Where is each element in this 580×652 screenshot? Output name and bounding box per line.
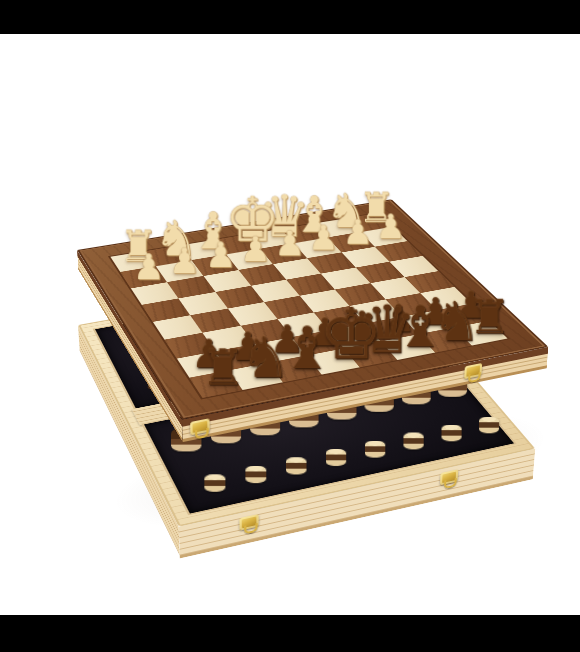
piece-white-pawn: ♟	[339, 215, 375, 249]
piece-white-pawn: ♟	[372, 209, 408, 243]
brass-clasp-board-left	[190, 418, 210, 435]
piece-white-pawn: ♟	[305, 220, 341, 254]
piece-white-pawn: ♟	[201, 237, 238, 272]
chess-set-scene: ♜♞♝♚♛♝♞♜♟♟♟♟♟♟♟♟♟♟♟♟♟♟♟♟♜♞♝♚♛♝♞♜	[0, 0, 580, 652]
brass-clasp-board-right	[465, 363, 483, 379]
checker-stack-light	[286, 457, 307, 474]
piece-white-pawn: ♟	[271, 226, 308, 260]
checker-stack-light	[479, 417, 499, 434]
brass-clasp-case-right	[439, 469, 457, 485]
piece-black-rook: ♜	[201, 344, 243, 393]
piece-white-pawn: ♟	[236, 231, 273, 266]
checker-stack-light	[403, 432, 423, 449]
letterbox-top-bar	[0, 0, 580, 34]
checker-stack-light	[245, 466, 266, 483]
piece-black-knight: ♞	[241, 329, 283, 385]
product-photo-chess-set: { "game": "chess", "scene_description": …	[0, 0, 580, 652]
brass-clasp-case-left	[239, 514, 258, 531]
checker-stack-light	[326, 449, 347, 466]
checker-stack-light	[441, 425, 461, 442]
checker-stack-light	[204, 474, 225, 492]
letterbox-bottom-bar	[0, 615, 580, 652]
piece-white-pawn: ♟	[130, 249, 168, 284]
piece-white-pawn: ♟	[166, 243, 203, 278]
checker-stack-light	[365, 441, 385, 458]
